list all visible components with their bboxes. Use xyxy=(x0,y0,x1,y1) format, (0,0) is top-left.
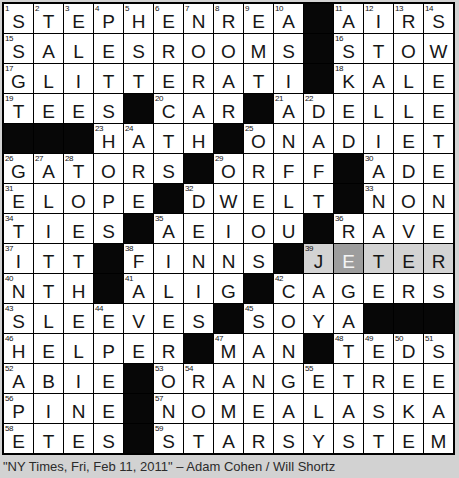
clue-number: 53 xyxy=(155,364,163,373)
cell-letter: S xyxy=(12,12,25,33)
cell-r9c2[interactable]: T xyxy=(34,244,63,273)
cell-r6c14[interactable]: D xyxy=(394,154,423,183)
cell-r14c7[interactable]: O xyxy=(184,394,213,423)
cell-letter: E xyxy=(252,402,265,423)
clue-number: 41 xyxy=(125,274,133,283)
cell-letter: E xyxy=(402,132,415,153)
cell-r8c1[interactable]: 34T xyxy=(4,214,33,243)
cell-letter: R xyxy=(402,282,416,303)
cell-r3c1[interactable]: 17G xyxy=(4,64,33,93)
cell-r10c2[interactable]: T xyxy=(34,274,63,303)
cell-r7c4[interactable]: P xyxy=(94,184,123,213)
cell-r3c8[interactable]: A xyxy=(214,64,243,93)
cell-r14c9[interactable]: E xyxy=(244,394,273,423)
cell-r14c15[interactable]: A xyxy=(424,394,453,423)
clue-number: 28 xyxy=(65,154,73,163)
clue-number: 3 xyxy=(65,4,69,13)
cell-letter: G xyxy=(11,72,26,93)
cell-letter: A xyxy=(372,222,385,243)
cell-r1c3[interactable]: 3E xyxy=(64,4,93,33)
black-cell-r14c5 xyxy=(124,394,153,423)
cell-r7c11[interactable]: T xyxy=(304,184,333,213)
cell-r2c15[interactable]: W xyxy=(424,34,453,63)
cell-r1c12[interactable]: 11A xyxy=(334,4,363,33)
cell-r7c13[interactable]: 33N xyxy=(364,184,393,213)
cell-r12c2[interactable]: E xyxy=(34,334,63,363)
cell-r10c13[interactable]: E xyxy=(364,274,393,303)
black-cell-r11c15 xyxy=(424,304,453,333)
cell-r6c10[interactable]: F xyxy=(274,154,303,183)
cell-letter: H xyxy=(12,342,26,363)
cell-r11c2[interactable]: L xyxy=(34,304,63,333)
cell-r11c7[interactable]: S xyxy=(184,304,213,333)
cell-r9c9[interactable]: S xyxy=(244,244,273,273)
cell-letter: E xyxy=(132,192,145,213)
cell-r6c15[interactable]: E xyxy=(424,154,453,183)
cell-letter: E xyxy=(102,372,115,393)
clue-number: 24 xyxy=(125,124,133,133)
cell-letter: E xyxy=(372,282,385,303)
cell-r12c5[interactable]: E xyxy=(124,334,153,363)
cell-letter: S xyxy=(102,222,115,243)
cell-r10c14[interactable]: R xyxy=(394,274,423,303)
clue-number: 49 xyxy=(365,334,373,343)
cell-r8c9[interactable]: O xyxy=(244,214,273,243)
cell-letter: R xyxy=(252,162,266,183)
clue-number: 40 xyxy=(5,274,13,283)
cell-r2c7[interactable]: O xyxy=(184,34,213,63)
cell-letter: P xyxy=(12,402,25,423)
cell-letter: O xyxy=(251,132,266,153)
cell-r15c15[interactable]: M xyxy=(424,424,453,453)
clue-number: 10 xyxy=(275,4,283,13)
cell-r4c8[interactable]: R xyxy=(214,94,243,123)
cell-r15c4[interactable]: S xyxy=(94,424,123,453)
cell-letter: S xyxy=(132,42,145,63)
black-cell-r2c11 xyxy=(304,34,333,63)
cell-letter: O xyxy=(251,222,266,243)
cell-r7c8[interactable]: W xyxy=(214,184,243,213)
black-cell-r11c8 xyxy=(214,304,243,333)
cell-r4c13[interactable]: L xyxy=(364,94,393,123)
cell-r13c2[interactable]: B xyxy=(34,364,63,393)
cell-letter: H xyxy=(132,12,146,33)
black-cell-r13c5 xyxy=(124,364,153,393)
cell-r9c11[interactable]: 39J xyxy=(304,244,333,273)
cell-letter: A xyxy=(42,42,55,63)
cell-r13c3[interactable]: I xyxy=(64,364,93,393)
cell-r4c3[interactable]: E xyxy=(64,94,93,123)
cell-r10c15[interactable]: S xyxy=(424,274,453,303)
cell-r1c13[interactable]: 12I xyxy=(364,4,393,33)
cell-letter: M xyxy=(431,432,447,453)
cell-letter: S xyxy=(162,162,175,183)
cell-r13c13[interactable]: R xyxy=(364,364,393,393)
cell-r1c9[interactable]: 9E xyxy=(244,4,273,33)
cell-r12c14[interactable]: 50D xyxy=(394,334,423,363)
cell-r3c12[interactable]: 18K xyxy=(334,64,363,93)
cell-r12c12[interactable]: 48T xyxy=(334,334,363,363)
cell-r7c15[interactable]: N xyxy=(424,184,453,213)
cell-r10c5[interactable]: 41A xyxy=(124,274,153,303)
cell-r3c3[interactable]: I xyxy=(64,64,93,93)
cell-r6c9[interactable]: R xyxy=(244,154,273,183)
cell-r9c14[interactable]: E xyxy=(394,244,423,273)
cell-r9c3[interactable]: T xyxy=(64,244,93,273)
black-cell-r10c9 xyxy=(244,274,273,303)
cell-r3c7[interactable]: R xyxy=(184,64,213,93)
cell-r1c2[interactable]: 2T xyxy=(34,4,63,33)
cell-r15c12[interactable]: S xyxy=(334,424,363,453)
cell-letter: E xyxy=(72,12,85,33)
cell-letter: T xyxy=(373,252,385,273)
cell-r11c5[interactable]: V xyxy=(124,304,153,333)
cell-r13c4[interactable]: E xyxy=(94,364,123,393)
cell-r15c3[interactable]: E xyxy=(64,424,93,453)
cell-r6c11[interactable]: F xyxy=(304,154,333,183)
clue-number: 35 xyxy=(155,214,163,223)
cell-r4c15[interactable]: E xyxy=(424,94,453,123)
cell-r6c2[interactable]: 27A xyxy=(34,154,63,183)
cell-r8c6[interactable]: 35A xyxy=(154,214,183,243)
cell-r12c6[interactable]: R xyxy=(154,334,183,363)
cell-r4c4[interactable]: S xyxy=(94,94,123,123)
cell-r5c11[interactable]: A xyxy=(304,124,333,153)
cell-r12c10[interactable]: N xyxy=(274,334,303,363)
cell-r4c7[interactable]: A xyxy=(184,94,213,123)
cell-r14c4[interactable]: E xyxy=(94,394,123,423)
cell-letter: R xyxy=(252,432,266,453)
cell-r3c5[interactable]: T xyxy=(124,64,153,93)
black-cell-r12c11 xyxy=(304,334,333,363)
cell-letter: P xyxy=(102,342,115,363)
cell-r5c15[interactable]: T xyxy=(424,124,453,153)
cell-r14c2[interactable]: I xyxy=(34,394,63,423)
cell-r15c6[interactable]: 59S xyxy=(154,424,183,453)
cell-r14c6[interactable]: 57N xyxy=(154,394,183,423)
cell-r13c14[interactable]: E xyxy=(394,364,423,393)
cell-letter: S xyxy=(372,402,385,423)
cell-letter: A xyxy=(282,102,295,123)
cell-r10c10[interactable]: 42C xyxy=(274,274,303,303)
cell-r2c5[interactable]: S xyxy=(124,34,153,63)
cell-r9c1[interactable]: 37I xyxy=(4,244,33,273)
cell-r6c6[interactable]: S xyxy=(154,154,183,183)
cell-letter: W xyxy=(220,192,238,213)
cell-letter: R xyxy=(162,342,176,363)
cell-letter: N xyxy=(12,282,26,303)
cell-r15c11[interactable]: Y xyxy=(304,424,333,453)
cell-r4c11[interactable]: 22D xyxy=(304,94,333,123)
cell-r14c8[interactable]: M xyxy=(214,394,243,423)
black-cell-r10c4 xyxy=(94,274,123,303)
cell-r11c3[interactable]: E xyxy=(64,304,93,333)
cell-r15c14[interactable]: E xyxy=(394,424,423,453)
cell-r1c10[interactable]: 10A xyxy=(274,4,303,33)
cell-r1c14[interactable]: 13R xyxy=(394,4,423,33)
cell-r12c15[interactable]: 51S xyxy=(424,334,453,363)
cell-letter: A xyxy=(432,402,445,423)
cell-r8c10[interactable]: U xyxy=(274,214,303,243)
cell-r12c8[interactable]: 47M xyxy=(214,334,243,363)
cell-r14c11[interactable]: L xyxy=(304,394,333,423)
cell-letter: S xyxy=(432,342,445,363)
cell-letter: N xyxy=(252,372,266,393)
cell-letter: A xyxy=(342,12,355,33)
cell-letter: E xyxy=(72,432,85,453)
cell-r9c15[interactable]: R xyxy=(424,244,453,273)
cell-r15c9[interactable]: R xyxy=(244,424,273,453)
cell-r10c11[interactable]: A xyxy=(304,274,333,303)
cell-r12c13[interactable]: 49E xyxy=(364,334,393,363)
clue-number: 42 xyxy=(275,274,283,283)
cell-r15c8[interactable]: A xyxy=(214,424,243,453)
cell-letter: O xyxy=(401,192,416,213)
cell-r8c12[interactable]: 36R xyxy=(334,214,363,243)
cell-r4c2[interactable]: E xyxy=(34,94,63,123)
cell-r13c15[interactable]: E xyxy=(424,364,453,393)
cell-r2c12[interactable]: 16S xyxy=(334,34,363,63)
cell-r14c10[interactable]: A xyxy=(274,394,303,423)
cell-r12c3[interactable]: L xyxy=(64,334,93,363)
cell-r4c12[interactable]: E xyxy=(334,94,363,123)
cell-r15c1[interactable]: 58E xyxy=(4,424,33,453)
cell-r7c9[interactable]: E xyxy=(244,184,273,213)
clue-number: 45 xyxy=(245,304,253,313)
cell-r11c4[interactable]: 44E xyxy=(94,304,123,333)
cell-r2c6[interactable]: R xyxy=(154,34,183,63)
cell-r4c14[interactable]: L xyxy=(394,94,423,123)
cell-r11c12[interactable]: A xyxy=(334,304,363,333)
cell-r11c9[interactable]: 45S xyxy=(244,304,273,333)
cell-r3c10[interactable]: I xyxy=(274,64,303,93)
cell-letter: S xyxy=(12,42,25,63)
cell-r1c5[interactable]: 5H xyxy=(124,4,153,33)
cell-letter: E xyxy=(432,372,445,393)
cell-r7c1[interactable]: 31E xyxy=(4,184,33,213)
cell-r10c12[interactable]: G xyxy=(334,274,363,303)
cell-r12c9[interactable]: A xyxy=(244,334,273,363)
cell-letter: T xyxy=(133,72,145,93)
cell-r3c2[interactable]: L xyxy=(34,64,63,93)
cell-letter: I xyxy=(166,252,171,273)
cell-r5c6[interactable]: T xyxy=(154,124,183,153)
cell-r5c7[interactable]: H xyxy=(184,124,213,153)
cell-letter: K xyxy=(402,402,415,423)
clue-number: 57 xyxy=(155,394,163,403)
cell-r10c3[interactable]: H xyxy=(64,274,93,303)
cell-r13c1[interactable]: 52A xyxy=(4,364,33,393)
cell-r5c4[interactable]: 23H xyxy=(94,124,123,153)
cell-r3c13[interactable]: A xyxy=(364,64,393,93)
cell-r7c10[interactable]: L xyxy=(274,184,303,213)
cell-r3c14[interactable]: L xyxy=(394,64,423,93)
cell-letter: N xyxy=(432,192,446,213)
black-cell-r5c8 xyxy=(214,124,243,153)
cell-letter: E xyxy=(132,342,145,363)
cell-r1c1[interactable]: 1S xyxy=(4,4,33,33)
cell-r9c6[interactable]: I xyxy=(154,244,183,273)
cell-r5c13[interactable]: I xyxy=(364,124,393,153)
cell-letter: P xyxy=(102,12,115,33)
cell-r1c7[interactable]: 7N xyxy=(184,4,213,33)
cell-r6c3[interactable]: 28T xyxy=(64,154,93,183)
cell-r9c7[interactable]: N xyxy=(184,244,213,273)
cell-r7c14[interactable]: O xyxy=(394,184,423,213)
cell-r4c10[interactable]: 21A xyxy=(274,94,303,123)
cell-r8c13[interactable]: A xyxy=(364,214,393,243)
cell-r14c1[interactable]: 56P xyxy=(4,394,33,423)
cell-letter: N xyxy=(162,402,176,423)
cell-r6c13[interactable]: 30A xyxy=(364,154,393,183)
cell-r15c10[interactable]: S xyxy=(274,424,303,453)
cell-r12c4[interactable]: P xyxy=(94,334,123,363)
cell-r5c14[interactable]: E xyxy=(394,124,423,153)
cell-r5c12[interactable]: D xyxy=(334,124,363,153)
cell-r15c2[interactable]: T xyxy=(34,424,63,453)
cell-letter: E xyxy=(162,12,175,33)
cell-r11c1[interactable]: 43S xyxy=(4,304,33,333)
cell-letter: L xyxy=(163,282,174,303)
cell-r5c5[interactable]: 24A xyxy=(124,124,153,153)
cell-letter: E xyxy=(162,312,175,333)
clue-number: 5 xyxy=(125,4,129,13)
cell-r12c1[interactable]: 46H xyxy=(4,334,33,363)
cell-letter: T xyxy=(13,222,25,243)
cell-r1c6[interactable]: 6E xyxy=(154,4,183,33)
cell-letter: O xyxy=(161,372,176,393)
cell-letter: R xyxy=(192,372,206,393)
clue-number: 39 xyxy=(305,244,313,253)
cell-letter: L xyxy=(43,312,54,333)
clue-number: 1 xyxy=(5,4,9,13)
cell-r3c9[interactable]: T xyxy=(244,64,273,93)
cell-r2c9[interactable]: M xyxy=(244,34,273,63)
cell-r1c4[interactable]: 4P xyxy=(94,4,123,33)
cell-r2c2[interactable]: A xyxy=(34,34,63,63)
cell-letter: M xyxy=(221,342,237,363)
cell-r4c1[interactable]: 19T xyxy=(4,94,33,123)
cell-r3c15[interactable]: E xyxy=(424,64,453,93)
cell-letter: Y xyxy=(312,312,325,333)
cell-r1c8[interactable]: 8R xyxy=(214,4,243,33)
cell-r6c8[interactable]: 29O xyxy=(214,154,243,183)
cell-r2c4[interactable]: E xyxy=(94,34,123,63)
cell-r13c11[interactable]: 55E xyxy=(304,364,333,393)
cell-r6c5[interactable]: R xyxy=(124,154,153,183)
cell-r11c10[interactable]: O xyxy=(274,304,303,333)
cell-r9c12[interactable]: E xyxy=(334,244,363,273)
cell-r13c6[interactable]: 53O xyxy=(154,364,183,393)
clue-number: 12 xyxy=(365,4,373,13)
cell-r13c9[interactable]: N xyxy=(244,364,273,393)
cell-r10c6[interactable]: L xyxy=(154,274,183,303)
cell-r2c13[interactable]: T xyxy=(364,34,393,63)
black-cell-r6c12 xyxy=(334,154,363,183)
cell-letter: F xyxy=(133,252,145,273)
cell-r9c5[interactable]: 38F xyxy=(124,244,153,273)
cell-r8c2[interactable]: I xyxy=(34,214,63,243)
cell-r14c14[interactable]: K xyxy=(394,394,423,423)
black-cell-r3c11 xyxy=(304,64,333,93)
cell-r8c4[interactable]: S xyxy=(94,214,123,243)
cell-letter: E xyxy=(12,192,25,213)
cell-r8c15[interactable]: E xyxy=(424,214,453,243)
cell-r5c10[interactable]: N xyxy=(274,124,303,153)
cell-r15c7[interactable]: T xyxy=(184,424,213,453)
clue-number: 15 xyxy=(5,34,13,43)
clue-number: 46 xyxy=(5,334,13,343)
cell-letter: M xyxy=(221,402,237,423)
cell-r8c3[interactable]: E xyxy=(64,214,93,243)
cell-r13c10[interactable]: G xyxy=(274,364,303,393)
cell-r14c12[interactable]: A xyxy=(334,394,363,423)
cell-letter: E xyxy=(102,312,115,333)
cell-r2c14[interactable]: O xyxy=(394,34,423,63)
cell-r7c2[interactable]: L xyxy=(34,184,63,213)
clue-number: 54 xyxy=(185,364,193,373)
clue-number: 47 xyxy=(215,334,223,343)
cell-letter: N xyxy=(372,192,386,213)
cell-r9c13[interactable]: T xyxy=(364,244,393,273)
clue-number: 14 xyxy=(425,4,433,13)
cell-r4c6[interactable]: 20C xyxy=(154,94,183,123)
clue-number: 51 xyxy=(425,334,433,343)
cell-r3c6[interactable]: E xyxy=(154,64,183,93)
cell-r3c4[interactable]: T xyxy=(94,64,123,93)
cell-r2c3[interactable]: L xyxy=(64,34,93,63)
cell-r6c1[interactable]: 26G xyxy=(4,154,33,183)
cell-r5c9[interactable]: 25O xyxy=(244,124,273,153)
cell-letter: I xyxy=(76,372,81,393)
cell-r15c13[interactable]: T xyxy=(364,424,393,453)
cell-r11c6[interactable]: E xyxy=(154,304,183,333)
cell-letter: D xyxy=(192,192,206,213)
cell-r2c10[interactable]: S xyxy=(274,34,303,63)
cell-r14c3[interactable]: N xyxy=(64,394,93,423)
clue-number: 31 xyxy=(5,184,13,193)
cell-r8c8[interactable]: I xyxy=(214,214,243,243)
cell-r7c3[interactable]: O xyxy=(64,184,93,213)
cell-r13c12[interactable]: T xyxy=(334,364,363,393)
cell-r7c7[interactable]: 32D xyxy=(184,184,213,213)
clue-number: 26 xyxy=(5,154,13,163)
cell-r13c8[interactable]: A xyxy=(214,364,243,393)
cell-r9c8[interactable]: N xyxy=(214,244,243,273)
cell-letter: I xyxy=(46,402,51,423)
cell-r8c7[interactable]: E xyxy=(184,214,213,243)
cell-r8c14[interactable]: V xyxy=(394,214,423,243)
cell-r2c8[interactable]: O xyxy=(214,34,243,63)
cell-letter: S xyxy=(342,42,355,63)
cell-letter: B xyxy=(42,372,55,393)
cell-r10c7[interactable]: I xyxy=(184,274,213,303)
cell-r13c7[interactable]: 54R xyxy=(184,364,213,393)
cell-r11c11[interactable]: Y xyxy=(304,304,333,333)
black-cell-r5c1 xyxy=(4,124,33,153)
cell-r10c8[interactable]: G xyxy=(214,274,243,303)
cell-r7c5[interactable]: E xyxy=(124,184,153,213)
cell-letter: E xyxy=(312,372,325,393)
cell-r6c4[interactable]: O xyxy=(94,154,123,183)
cell-letter: A xyxy=(132,132,145,153)
cell-r14c13[interactable]: S xyxy=(364,394,393,423)
cell-r2c1[interactable]: 15S xyxy=(4,34,33,63)
cell-r1c15[interactable]: 14S xyxy=(424,4,453,33)
cell-r10c1[interactable]: 40N xyxy=(4,274,33,303)
puzzle-caption: "NY Times, Fri, Feb 11, 2011" – Adam Coh… xyxy=(0,457,459,478)
cell-letter: H xyxy=(192,132,206,153)
